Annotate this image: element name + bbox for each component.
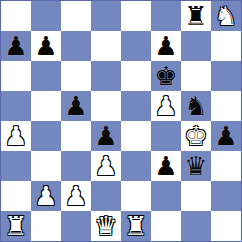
piece-white-pawn[interactable]: ♟ [154, 91, 177, 121]
piece-black-pawn[interactable]: ♟ [214, 121, 237, 151]
piece-white-knight[interactable]: ♞ [214, 1, 237, 31]
square-g4[interactable]: ♚ [181, 121, 211, 151]
square-c6[interactable] [61, 61, 91, 91]
square-f6[interactable]: ♚ [151, 61, 181, 91]
square-h6[interactable] [211, 61, 241, 91]
square-a4[interactable]: ♟ [1, 121, 31, 151]
square-b6[interactable] [31, 61, 61, 91]
square-g2[interactable] [181, 181, 211, 211]
square-a2[interactable] [1, 181, 31, 211]
piece-white-king[interactable]: ♚ [184, 121, 207, 151]
square-f2[interactable] [151, 181, 181, 211]
square-e6[interactable] [121, 61, 151, 91]
square-d8[interactable] [91, 1, 121, 31]
chess-board: ♜♞♟♟♟♚♟♟♞♟♟♚♟♟♟♛♟♟♜♛♜ [0, 0, 242, 242]
piece-white-rook[interactable]: ♜ [124, 211, 147, 241]
square-b7[interactable]: ♟ [31, 31, 61, 61]
square-h1[interactable] [211, 211, 241, 241]
piece-white-pawn[interactable]: ♟ [94, 151, 117, 181]
square-d2[interactable] [91, 181, 121, 211]
piece-white-rook[interactable]: ♜ [4, 211, 27, 241]
square-h4[interactable]: ♟ [211, 121, 241, 151]
square-g6[interactable] [181, 61, 211, 91]
square-a6[interactable] [1, 61, 31, 91]
square-d4[interactable]: ♟ [91, 121, 121, 151]
square-e8[interactable] [121, 1, 151, 31]
piece-white-pawn[interactable]: ♟ [34, 181, 57, 211]
square-c8[interactable] [61, 1, 91, 31]
square-c7[interactable] [61, 31, 91, 61]
square-d7[interactable] [91, 31, 121, 61]
square-a5[interactable] [1, 91, 31, 121]
square-c2[interactable]: ♟ [61, 181, 91, 211]
piece-black-queen[interactable]: ♛ [184, 151, 207, 181]
square-e4[interactable] [121, 121, 151, 151]
square-c5[interactable]: ♟ [61, 91, 91, 121]
square-e3[interactable] [121, 151, 151, 181]
square-c4[interactable] [61, 121, 91, 151]
square-f7[interactable]: ♟ [151, 31, 181, 61]
square-e1[interactable]: ♜ [121, 211, 151, 241]
piece-black-pawn[interactable]: ♟ [64, 91, 87, 121]
square-b1[interactable] [31, 211, 61, 241]
square-g3[interactable]: ♛ [181, 151, 211, 181]
piece-white-pawn[interactable]: ♟ [4, 121, 27, 151]
square-a3[interactable] [1, 151, 31, 181]
square-f4[interactable] [151, 121, 181, 151]
piece-white-pawn[interactable]: ♟ [64, 181, 87, 211]
square-g5[interactable]: ♞ [181, 91, 211, 121]
square-a1[interactable]: ♜ [1, 211, 31, 241]
square-b4[interactable] [31, 121, 61, 151]
piece-black-pawn[interactable]: ♟ [34, 31, 57, 61]
square-h3[interactable] [211, 151, 241, 181]
piece-black-rook[interactable]: ♜ [184, 1, 207, 31]
piece-black-knight[interactable]: ♞ [184, 91, 207, 121]
square-b5[interactable] [31, 91, 61, 121]
square-d5[interactable] [91, 91, 121, 121]
square-e5[interactable] [121, 91, 151, 121]
square-b8[interactable] [31, 1, 61, 31]
square-c1[interactable] [61, 211, 91, 241]
square-a8[interactable] [1, 1, 31, 31]
piece-black-pawn[interactable]: ♟ [154, 151, 177, 181]
piece-black-pawn[interactable]: ♟ [154, 31, 177, 61]
square-d6[interactable] [91, 61, 121, 91]
piece-black-king[interactable]: ♚ [154, 61, 177, 91]
square-f5[interactable]: ♟ [151, 91, 181, 121]
square-g1[interactable] [181, 211, 211, 241]
square-e7[interactable] [121, 31, 151, 61]
square-f3[interactable]: ♟ [151, 151, 181, 181]
square-g7[interactable] [181, 31, 211, 61]
piece-black-pawn[interactable]: ♟ [4, 31, 27, 61]
square-c3[interactable] [61, 151, 91, 181]
square-f1[interactable] [151, 211, 181, 241]
piece-white-queen[interactable]: ♛ [94, 211, 117, 241]
square-b2[interactable]: ♟ [31, 181, 61, 211]
square-g8[interactable]: ♜ [181, 1, 211, 31]
square-h5[interactable] [211, 91, 241, 121]
square-h2[interactable] [211, 181, 241, 211]
square-h7[interactable] [211, 31, 241, 61]
square-e2[interactable] [121, 181, 151, 211]
square-d1[interactable]: ♛ [91, 211, 121, 241]
piece-black-pawn[interactable]: ♟ [94, 121, 117, 151]
square-d3[interactable]: ♟ [91, 151, 121, 181]
square-a7[interactable]: ♟ [1, 31, 31, 61]
square-h8[interactable]: ♞ [211, 1, 241, 31]
square-b3[interactable] [31, 151, 61, 181]
square-f8[interactable] [151, 1, 181, 31]
